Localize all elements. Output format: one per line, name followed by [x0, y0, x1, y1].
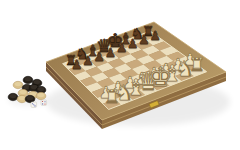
chess-piece-black-pawn: ♟	[127, 39, 138, 52]
chess-piece-black-pawn: ♟	[116, 43, 127, 56]
chess-piece-black-pawn: ♟	[138, 34, 149, 47]
chess-piece-black-pawn: ♟	[150, 30, 161, 43]
chess-piece-white-rook: ♜	[189, 56, 206, 75]
chess-piece-black-pawn: ♟	[94, 51, 105, 64]
chess-piece-black-pawn: ♟	[105, 47, 116, 60]
chess-piece-black-pawn: ♟	[71, 60, 82, 73]
pieces-layer: ♜♞♝♛♚♝♞♜♟♟♟♟♟♟♟♟♟♟♟♟♟♟♟♟♜♞♝♛♚♝♞♜	[0, 0, 240, 150]
chess-set-photo: ♜♞♝♛♚♝♞♜♟♟♟♟♟♟♟♟♟♟♟♟♟♟♟♟♜♞♝♛♚♝♞♜	[0, 0, 240, 150]
chess-piece-black-pawn: ♟	[82, 55, 93, 68]
